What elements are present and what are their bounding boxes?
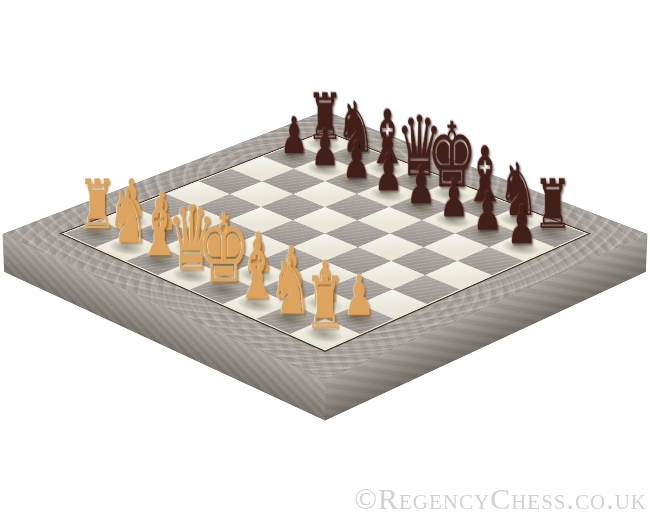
white-rook: ♜: [305, 267, 345, 339]
black-pawn: ♟: [439, 172, 468, 225]
watermark: ©RegencyChess.co.uk: [354, 482, 647, 516]
black-pawn: ♟: [311, 122, 339, 173]
product-photo: ♜♞♝♛♚♝♞♜♟♟♟♟♟♟♟♟♟♟♟♟♟♟♟♟♜♞♝♛♚♝♞♜ ©Regenc…: [0, 0, 650, 520]
black-pawn: ♟: [406, 159, 435, 211]
black-pawn: ♟: [280, 110, 308, 160]
chess-board: ♜♞♝♛♚♝♞♜♟♟♟♟♟♟♟♟♟♟♟♟♟♟♟♟♜♞♝♛♚♝♞♜: [3, 111, 648, 380]
black-pawn: ♟: [342, 134, 370, 185]
black-pawn: ♟: [374, 147, 403, 199]
white-pawn: ♟: [344, 267, 375, 323]
scene: ♜♞♝♛♚♝♞♜♟♟♟♟♟♟♟♟♟♟♟♟♟♟♟♟♜♞♝♛♚♝♞♜: [0, 0, 650, 520]
black-rook: ♜: [534, 171, 572, 239]
black-pawn: ♟: [507, 198, 537, 251]
black-pawn: ♟: [473, 185, 502, 238]
